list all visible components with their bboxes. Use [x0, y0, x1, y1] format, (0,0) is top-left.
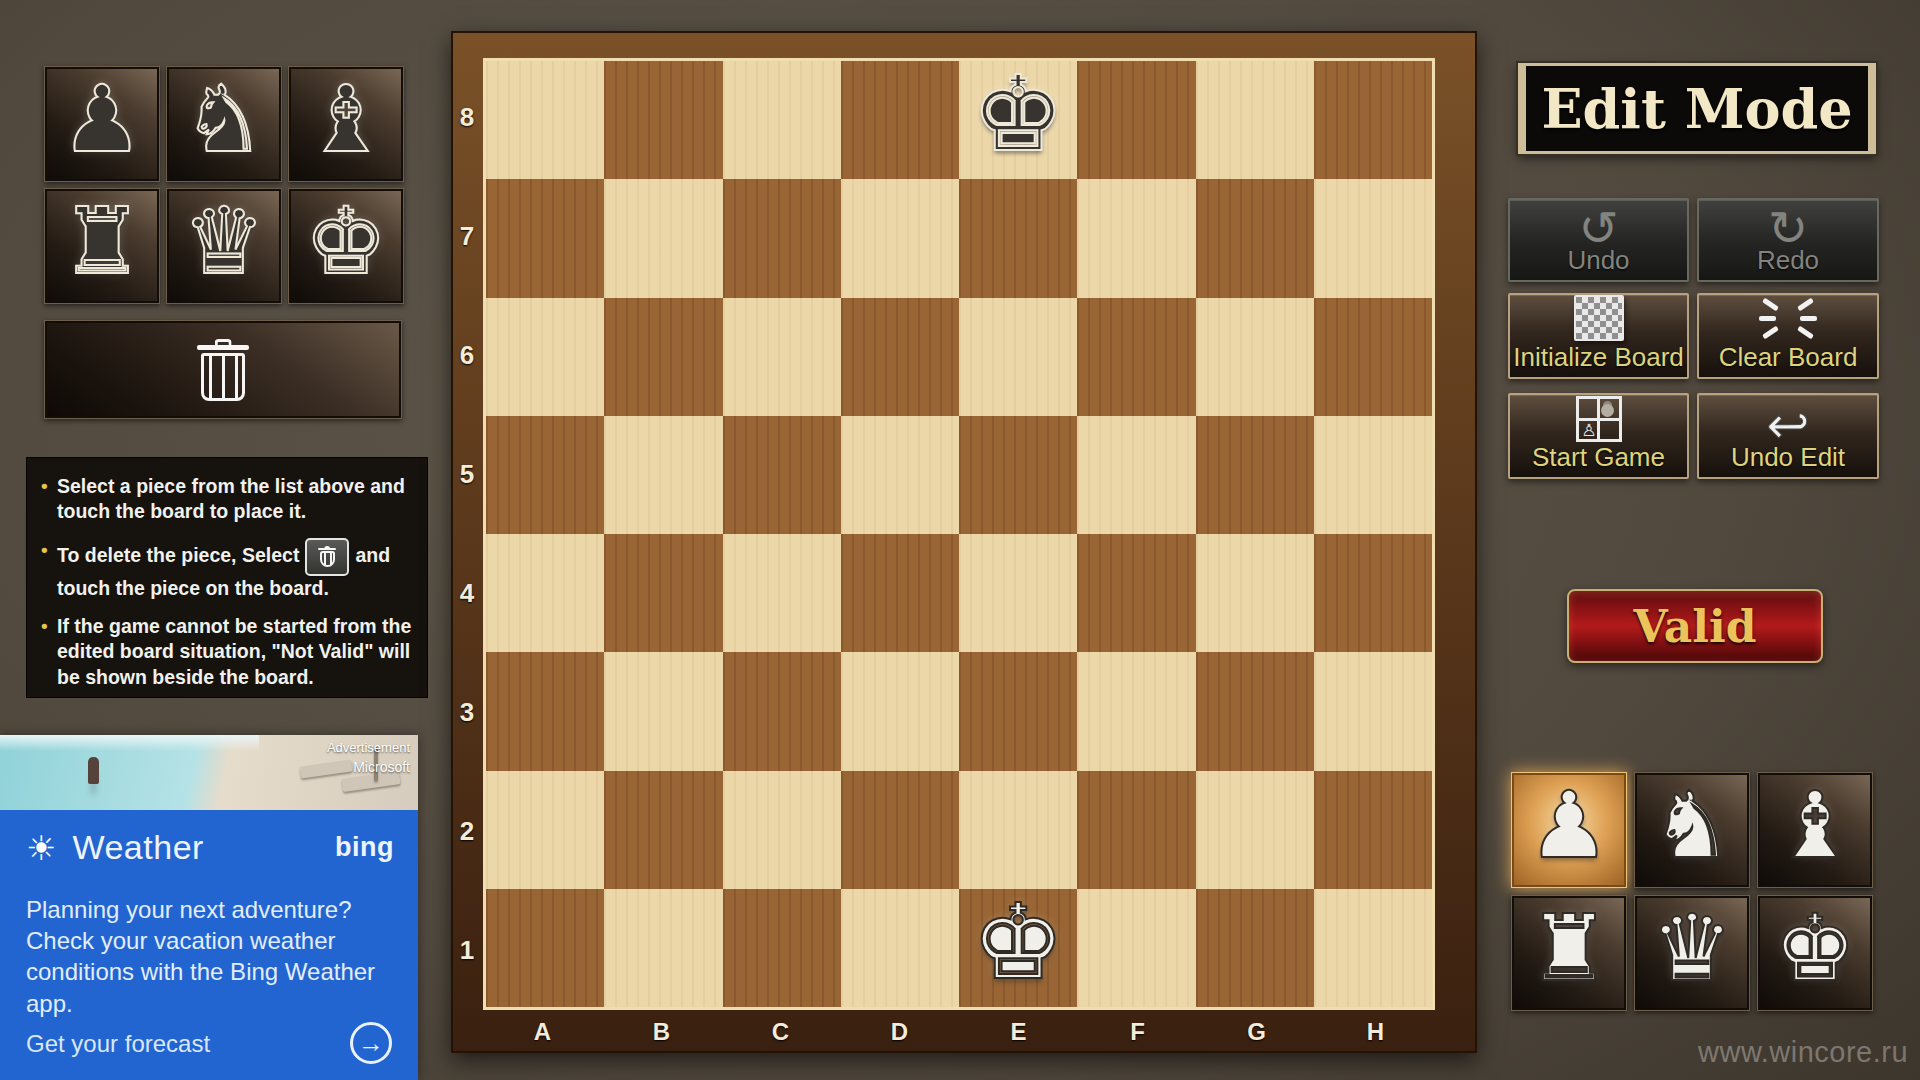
bing-logo: bing — [335, 832, 394, 863]
square-b5[interactable] — [604, 416, 722, 534]
rank-labels: 87654321 — [451, 58, 483, 1010]
square-c4[interactable] — [723, 534, 841, 652]
square-g8[interactable] — [1196, 61, 1314, 179]
redo-button[interactable]: ↻ Redo — [1697, 198, 1879, 282]
square-b1[interactable] — [604, 889, 722, 1007]
file-labels: ABCDEFGH — [483, 1012, 1435, 1051]
square-e3[interactable] — [959, 652, 1077, 770]
square-f1[interactable] — [1077, 889, 1195, 1007]
black-rook-palette-button[interactable]: ♜ — [44, 188, 160, 304]
square-d3[interactable] — [841, 652, 959, 770]
square-f5[interactable] — [1077, 416, 1195, 534]
weather-ad-banner[interactable]: Advertisement Microsoft ☀ Weather bing P… — [0, 735, 418, 1080]
white-pawn-palette-button[interactable]: ♟ — [1511, 772, 1627, 888]
board-squares: ♚♚ — [483, 58, 1435, 1010]
bullet-icon: • — [41, 538, 57, 601]
white-piece-palette: ♟♞♝♜♛♚ — [1511, 772, 1873, 1011]
square-a8[interactable] — [486, 61, 604, 179]
start-game-label: Start Game — [1532, 443, 1665, 472]
white-knight-palette-button[interactable]: ♞ — [1634, 772, 1750, 888]
rank-label-6: 6 — [451, 296, 483, 415]
initialize-board-label: Initialize Board — [1513, 343, 1684, 372]
instruction-text: Select a piece from the list above and t… — [57, 474, 415, 525]
square-d2[interactable] — [841, 771, 959, 889]
square-a4[interactable] — [486, 534, 604, 652]
instruction-item: • To delete the piece, Selectand touch t… — [41, 538, 415, 601]
black-king-icon: ♚ — [305, 196, 387, 288]
square-b6[interactable] — [604, 298, 722, 416]
start-game-button[interactable]: ♙ Start Game — [1508, 393, 1689, 479]
white-pawn-icon: ♟ — [1528, 780, 1610, 872]
black-piece-palette: ♟♞♝♜♛♚ — [44, 66, 404, 304]
file-label-c: C — [721, 1012, 840, 1051]
square-c7[interactable] — [723, 179, 841, 297]
square-b3[interactable] — [604, 652, 722, 770]
white-king[interactable]: ♚ — [972, 890, 1065, 994]
black-pawn-icon: ♟ — [61, 74, 143, 166]
square-e8[interactable]: ♚ — [959, 61, 1077, 179]
instruction-text: To delete the piece, Selectand touch the… — [57, 538, 415, 601]
watermark: www.wincore.ru — [1698, 1036, 1908, 1069]
square-d8[interactable] — [841, 61, 959, 179]
black-queen-icon: ♛ — [183, 196, 265, 288]
square-e4[interactable] — [959, 534, 1077, 652]
square-b7[interactable] — [604, 179, 722, 297]
ad-person-silhouette — [88, 757, 99, 784]
black-king[interactable]: ♚ — [972, 62, 1065, 166]
black-queen-palette-button[interactable]: ♛ — [166, 188, 282, 304]
square-a5[interactable] — [486, 416, 604, 534]
square-h3[interactable] — [1314, 652, 1432, 770]
validity-status-text: Valid — [1634, 601, 1757, 652]
square-g4[interactable] — [1196, 534, 1314, 652]
ad-app-name: Weather — [72, 828, 203, 867]
chess-edit-mode-screen: ♟♞♝♜♛♚ • Select a piece from the list ab… — [0, 0, 1920, 1080]
mini-board-icon: ♙ — [1576, 396, 1622, 442]
square-f8[interactable] — [1077, 61, 1195, 179]
rank-label-2: 2 — [451, 772, 483, 891]
square-b2[interactable] — [604, 771, 722, 889]
square-g2[interactable] — [1196, 771, 1314, 889]
black-knight-palette-button[interactable]: ♞ — [166, 66, 282, 182]
square-a6[interactable] — [486, 298, 604, 416]
white-knight-icon: ♞ — [1651, 780, 1733, 872]
square-f7[interactable] — [1077, 179, 1195, 297]
rank-label-7: 7 — [451, 177, 483, 296]
square-b8[interactable] — [604, 61, 722, 179]
white-king-palette-button[interactable]: ♚ — [1757, 895, 1873, 1011]
undo-button[interactable]: ↺ Undo — [1508, 198, 1689, 282]
instruction-item: • If the game cannot be started from the… — [41, 614, 415, 690]
black-knight-icon: ♞ — [183, 74, 265, 166]
white-rook-icon: ♜ — [1528, 903, 1610, 995]
black-pawn-palette-button[interactable]: ♟ — [44, 66, 160, 182]
square-h2[interactable] — [1314, 771, 1432, 889]
square-a7[interactable] — [486, 179, 604, 297]
ad-arrow-button[interactable]: → — [350, 1022, 392, 1064]
square-g7[interactable] — [1196, 179, 1314, 297]
clear-board-button[interactable]: Clear Board — [1697, 293, 1879, 379]
rank-label-1: 1 — [451, 891, 483, 1010]
square-a2[interactable] — [486, 771, 604, 889]
rank-label-3: 3 — [451, 653, 483, 772]
instruction-text: If the game cannot be started from the e… — [57, 614, 415, 690]
square-c5[interactable] — [723, 416, 841, 534]
square-c3[interactable] — [723, 652, 841, 770]
rank-label-5: 5 — [451, 415, 483, 534]
square-g6[interactable] — [1196, 298, 1314, 416]
square-f3[interactable] — [1077, 652, 1195, 770]
validity-status-badge: Valid — [1567, 589, 1823, 663]
file-label-d: D — [840, 1012, 959, 1051]
white-bishop-icon: ♝ — [1774, 780, 1856, 872]
file-label-a: A — [483, 1012, 602, 1051]
square-h1[interactable] — [1314, 889, 1432, 1007]
trash-icon — [197, 339, 249, 401]
file-label-h: H — [1316, 1012, 1435, 1051]
square-e1[interactable]: ♚ — [959, 889, 1077, 1007]
ad-app-header: ☀ Weather — [26, 828, 204, 867]
sun-icon: ☀ — [26, 831, 56, 865]
square-f2[interactable] — [1077, 771, 1195, 889]
square-a3[interactable] — [486, 652, 604, 770]
ad-content: ☀ Weather bing Planning your next advent… — [0, 810, 418, 1080]
square-e6[interactable] — [959, 298, 1077, 416]
arrow-right-icon: → — [358, 1028, 384, 1059]
square-c2[interactable] — [723, 771, 841, 889]
trash-icon — [305, 538, 349, 576]
black-bishop-palette-button[interactable]: ♝ — [288, 66, 404, 182]
undo-edit-button[interactable]: ↩ Undo Edit — [1697, 393, 1879, 479]
instructions-panel: • Select a piece from the list above and… — [26, 457, 428, 698]
black-king-palette-button[interactable]: ♚ — [288, 188, 404, 304]
square-f6[interactable] — [1077, 298, 1195, 416]
square-f4[interactable] — [1077, 534, 1195, 652]
clear-burst-icon — [1759, 297, 1817, 341]
square-c6[interactable] — [723, 298, 841, 416]
square-d5[interactable] — [841, 416, 959, 534]
redo-icon: ↻ — [1768, 204, 1808, 252]
white-king-icon: ♚ — [1774, 903, 1856, 995]
edit-mode-title: Edit Mode — [1518, 63, 1876, 154]
ad-body-text: Planning your next adventure? Check your… — [26, 894, 398, 1019]
white-rook-palette-button[interactable]: ♜ — [1511, 895, 1627, 1011]
square-h8[interactable] — [1314, 61, 1432, 179]
bullet-icon: • — [41, 474, 57, 525]
ad-lounge-chair — [299, 759, 352, 778]
file-label-f: F — [1078, 1012, 1197, 1051]
square-d1[interactable] — [841, 889, 959, 1007]
file-label-e: E — [959, 1012, 1078, 1051]
instruction-item: • Select a piece from the list above and… — [41, 474, 415, 525]
undo-edit-icon: ↩ — [1766, 399, 1810, 451]
clear-board-label: Clear Board — [1719, 343, 1858, 372]
square-g5[interactable] — [1196, 416, 1314, 534]
ad-sponsor-label: Microsoft — [353, 759, 410, 775]
white-queen-palette-button[interactable]: ♛ — [1634, 895, 1750, 1011]
edit-mode-label: Edit Mode — [1541, 77, 1852, 141]
white-queen-icon: ♛ — [1651, 903, 1733, 995]
rank-label-4: 4 — [451, 534, 483, 653]
square-b4[interactable] — [604, 534, 722, 652]
undo-icon: ↺ — [1578, 204, 1618, 252]
square-d4[interactable] — [841, 534, 959, 652]
square-a1[interactable] — [486, 889, 604, 1007]
initialize-board-button[interactable]: Initialize Board — [1508, 293, 1689, 379]
square-e5[interactable] — [959, 416, 1077, 534]
square-g1[interactable] — [1196, 889, 1314, 1007]
advertisement-label: Advertisement — [327, 740, 410, 755]
square-g3[interactable] — [1196, 652, 1314, 770]
checkerboard-icon — [1574, 295, 1624, 341]
square-h6[interactable] — [1314, 298, 1432, 416]
black-rook-icon: ♜ — [61, 196, 143, 288]
square-h4[interactable] — [1314, 534, 1432, 652]
square-c8[interactable] — [723, 61, 841, 179]
white-bishop-palette-button[interactable]: ♝ — [1757, 772, 1873, 888]
square-h5[interactable] — [1314, 416, 1432, 534]
square-e7[interactable] — [959, 179, 1077, 297]
bullet-icon: • — [41, 614, 57, 690]
square-c1[interactable] — [723, 889, 841, 1007]
file-label-b: B — [602, 1012, 721, 1051]
file-label-g: G — [1197, 1012, 1316, 1051]
square-d7[interactable] — [841, 179, 959, 297]
ad-beach-photo: Advertisement Microsoft — [0, 735, 418, 810]
square-e2[interactable] — [959, 771, 1077, 889]
delete-piece-button[interactable] — [44, 320, 402, 419]
ad-cta-link[interactable]: Get your forecast — [26, 1030, 210, 1058]
rank-label-8: 8 — [451, 58, 483, 177]
square-h7[interactable] — [1314, 179, 1432, 297]
instruction-text-before: To delete the piece, Select — [57, 544, 299, 566]
chess-board: 87654321 ♚♚ ABCDEFGH — [451, 31, 1477, 1053]
black-bishop-icon: ♝ — [305, 74, 387, 166]
square-d6[interactable] — [841, 298, 959, 416]
